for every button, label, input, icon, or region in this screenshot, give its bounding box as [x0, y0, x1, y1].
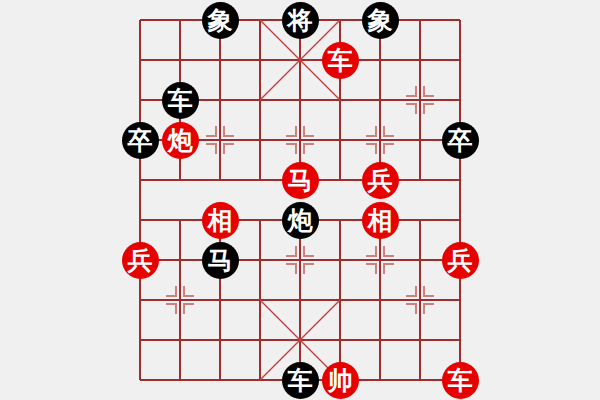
- piece-black-chariot[interactable]: 车: [282, 362, 319, 399]
- piece-red-horse[interactable]: 马: [282, 162, 319, 199]
- board-grid: [0, 0, 600, 400]
- piece-black-elephant[interactable]: 象: [202, 2, 239, 39]
- piece-red-general[interactable]: 帅: [322, 362, 359, 399]
- piece-red-soldier[interactable]: 兵: [442, 242, 479, 279]
- piece-black-cannon[interactable]: 炮: [282, 202, 319, 239]
- xiangqi-board: 象将象车车卒炮卒马兵相炮相兵马兵车帅车: [0, 0, 600, 400]
- piece-red-chariot[interactable]: 车: [442, 362, 479, 399]
- piece-red-soldier[interactable]: 兵: [122, 242, 159, 279]
- piece-black-chariot[interactable]: 车: [162, 82, 199, 119]
- piece-red-cannon[interactable]: 炮: [162, 122, 199, 159]
- piece-red-chariot[interactable]: 车: [322, 42, 359, 79]
- piece-red-elephant[interactable]: 相: [202, 202, 239, 239]
- piece-black-soldier[interactable]: 卒: [442, 122, 479, 159]
- piece-black-general[interactable]: 将: [282, 2, 319, 39]
- piece-red-elephant[interactable]: 相: [362, 202, 399, 239]
- piece-red-soldier[interactable]: 兵: [362, 162, 399, 199]
- piece-black-elephant[interactable]: 象: [362, 2, 399, 39]
- piece-black-soldier[interactable]: 卒: [122, 122, 159, 159]
- piece-black-horse[interactable]: 马: [202, 242, 239, 279]
